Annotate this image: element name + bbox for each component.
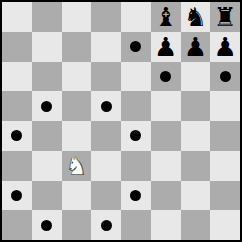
black-rook-h8[interactable]: ♜ <box>210 2 240 32</box>
square-b2[interactable] <box>32 181 62 211</box>
square-h7[interactable]: ♟ <box>210 32 240 62</box>
square-a5[interactable] <box>2 91 32 121</box>
square-e5[interactable] <box>121 91 151 121</box>
square-c1[interactable] <box>62 210 92 240</box>
square-e3[interactable] <box>121 151 151 181</box>
square-e8[interactable] <box>121 2 151 32</box>
square-e2[interactable] <box>121 181 151 211</box>
move-dot-e4[interactable] <box>130 130 141 141</box>
square-f5[interactable] <box>151 91 181 121</box>
move-dot-e7[interactable] <box>130 41 141 52</box>
square-h6[interactable] <box>210 62 240 92</box>
square-b8[interactable] <box>32 2 62 32</box>
move-dot-f6[interactable] <box>160 71 171 82</box>
black-pawn-g7[interactable]: ♟ <box>181 32 211 62</box>
square-c3[interactable]: ♞♘ <box>62 151 92 181</box>
square-g3[interactable] <box>181 151 211 181</box>
square-e1[interactable] <box>121 210 151 240</box>
square-f6[interactable] <box>151 62 181 92</box>
move-dot-d1[interactable] <box>101 220 112 231</box>
square-c7[interactable] <box>62 32 92 62</box>
square-b7[interactable] <box>32 32 62 62</box>
square-h2[interactable] <box>210 181 240 211</box>
square-h1[interactable] <box>210 210 240 240</box>
square-b6[interactable] <box>32 62 62 92</box>
square-d6[interactable] <box>91 62 121 92</box>
square-a2[interactable] <box>2 181 32 211</box>
square-g8[interactable]: ♞ <box>181 2 211 32</box>
square-g1[interactable] <box>181 210 211 240</box>
square-b3[interactable] <box>32 151 62 181</box>
move-dot-h6[interactable] <box>220 71 231 82</box>
black-pawn-f7[interactable]: ♟ <box>151 32 181 62</box>
square-f4[interactable] <box>151 121 181 151</box>
square-f7[interactable]: ♟ <box>151 32 181 62</box>
square-b5[interactable] <box>32 91 62 121</box>
square-d7[interactable] <box>91 32 121 62</box>
square-g5[interactable] <box>181 91 211 121</box>
move-dot-e2[interactable] <box>130 190 141 201</box>
square-d8[interactable] <box>91 2 121 32</box>
square-e4[interactable] <box>121 121 151 151</box>
square-f2[interactable] <box>151 181 181 211</box>
square-f1[interactable] <box>151 210 181 240</box>
square-g7[interactable]: ♟ <box>181 32 211 62</box>
square-g6[interactable] <box>181 62 211 92</box>
square-d3[interactable] <box>91 151 121 181</box>
square-f3[interactable] <box>151 151 181 181</box>
black-knight-g8[interactable]: ♞ <box>181 2 211 32</box>
square-h3[interactable] <box>210 151 240 181</box>
move-dot-b5[interactable] <box>41 101 52 112</box>
square-b4[interactable] <box>32 121 62 151</box>
white-piece-outline: ♘ <box>62 151 92 181</box>
square-c4[interactable] <box>62 121 92 151</box>
square-c5[interactable] <box>62 91 92 121</box>
move-dot-b1[interactable] <box>41 220 52 231</box>
move-dot-a4[interactable] <box>11 130 22 141</box>
square-c8[interactable] <box>62 2 92 32</box>
square-c6[interactable] <box>62 62 92 92</box>
square-a6[interactable] <box>2 62 32 92</box>
square-g2[interactable] <box>181 181 211 211</box>
square-c2[interactable] <box>62 181 92 211</box>
square-e6[interactable] <box>121 62 151 92</box>
white-knight-c3[interactable]: ♞♘ <box>62 151 92 181</box>
square-d4[interactable] <box>91 121 121 151</box>
black-bishop-f8[interactable]: ♝ <box>151 2 181 32</box>
square-a8[interactable] <box>2 2 32 32</box>
square-d5[interactable] <box>91 91 121 121</box>
square-f8[interactable]: ♝ <box>151 2 181 32</box>
chess-board: ♝♞♜♟♟♟♞♘ <box>0 0 242 242</box>
square-e7[interactable] <box>121 32 151 62</box>
square-d2[interactable] <box>91 181 121 211</box>
move-dot-d5[interactable] <box>101 101 112 112</box>
square-h5[interactable] <box>210 91 240 121</box>
square-a7[interactable] <box>2 32 32 62</box>
square-b1[interactable] <box>32 210 62 240</box>
square-a4[interactable] <box>2 121 32 151</box>
move-dot-a2[interactable] <box>11 190 22 201</box>
square-h4[interactable] <box>210 121 240 151</box>
black-pawn-h7[interactable]: ♟ <box>210 32 240 62</box>
square-g4[interactable] <box>181 121 211 151</box>
square-a3[interactable] <box>2 151 32 181</box>
square-d1[interactable] <box>91 210 121 240</box>
square-h8[interactable]: ♜ <box>210 2 240 32</box>
square-a1[interactable] <box>2 210 32 240</box>
